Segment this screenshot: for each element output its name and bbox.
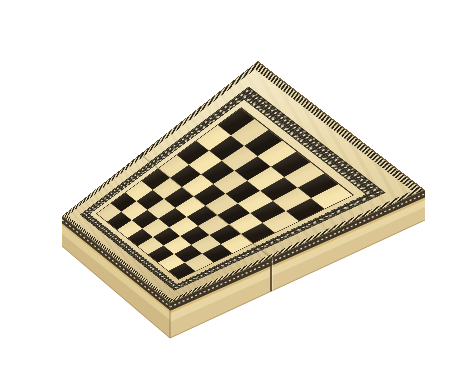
product-photo — [0, 0, 468, 382]
